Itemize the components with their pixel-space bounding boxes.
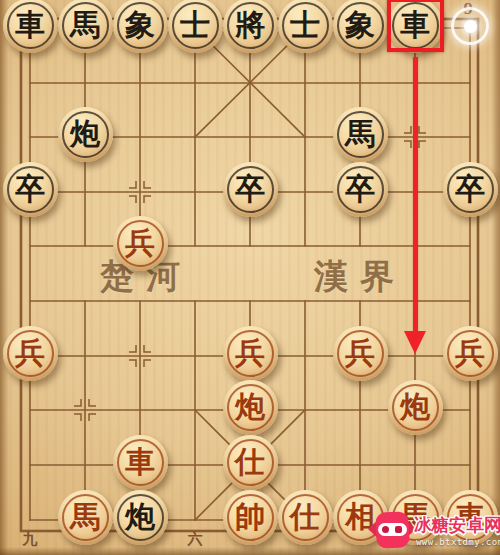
piece-red-soldier[interactable]: 兵 — [223, 326, 278, 381]
piece-black-advisor[interactable]: 士 — [168, 0, 223, 53]
piece-red-soldier[interactable]: 兵 — [3, 326, 58, 381]
file-label-liu: 六 — [180, 530, 210, 549]
watermark-candy-logo-icon — [370, 510, 414, 550]
piece-black-cannon[interactable]: 炮 — [58, 107, 113, 162]
watermark-site-name: 冰糖安卓网 — [414, 513, 500, 537]
move-origin-glow-marker — [451, 7, 489, 45]
piece-black-general[interactable]: 將 — [223, 0, 278, 53]
piece-black-horse[interactable]: 馬 — [58, 0, 113, 53]
file-label-jiu: 九 — [15, 530, 45, 549]
piece-black-soldier[interactable]: 卒 — [333, 162, 388, 217]
watermark: 冰糖安卓网 www.btxtdmy.com — [368, 498, 500, 555]
piece-black-advisor[interactable]: 士 — [278, 0, 333, 53]
piece-red-advisor[interactable]: 仕 — [223, 435, 278, 490]
piece-red-soldier[interactable]: 兵 — [443, 326, 498, 381]
piece-red-advisor[interactable]: 仕 — [278, 490, 333, 545]
piece-red-soldier[interactable]: 兵 — [113, 216, 168, 271]
piece-black-soldier[interactable]: 卒 — [3, 162, 58, 217]
piece-black-cannon[interactable]: 炮 — [113, 490, 168, 545]
piece-black-soldier[interactable]: 卒 — [223, 162, 278, 217]
river-text-han-jie: 漢界 — [314, 254, 406, 300]
move-hint-arrowhead — [404, 331, 426, 354]
move-hint-arrow — [413, 57, 418, 331]
piece-black-chariot[interactable]: 車 — [3, 0, 58, 53]
watermark-site-url: www.btxtdmy.com — [416, 537, 500, 547]
xiangqi-board[interactable]: 楚河 漢界 9 九 六 車馬象士將士象車炮馬卒卒卒卒兵兵兵兵兵炮炮車仕馬炮帥仕相… — [0, 0, 500, 555]
selected-piece-highlight-box — [387, 0, 444, 52]
piece-black-soldier[interactable]: 卒 — [443, 162, 498, 217]
piece-red-general[interactable]: 帥 — [223, 490, 278, 545]
piece-red-horse[interactable]: 馬 — [58, 490, 113, 545]
piece-red-cannon[interactable]: 炮 — [223, 380, 278, 435]
piece-black-horse[interactable]: 馬 — [333, 107, 388, 162]
piece-black-elephant[interactable]: 象 — [113, 0, 168, 53]
piece-red-soldier[interactable]: 兵 — [333, 326, 388, 381]
piece-red-cannon[interactable]: 炮 — [388, 380, 443, 435]
piece-black-elephant[interactable]: 象 — [333, 0, 388, 53]
piece-red-chariot[interactable]: 車 — [113, 435, 168, 490]
